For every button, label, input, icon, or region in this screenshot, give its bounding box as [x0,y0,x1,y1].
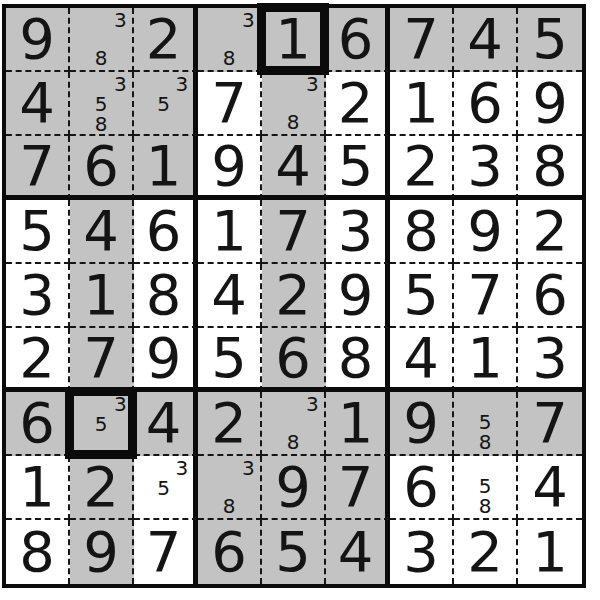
cell-value: 5 [338,138,374,194]
cell-value: 7 [19,138,55,194]
cell-r6c4[interactable]: 5 [198,328,262,392]
cell-r9c7[interactable]: 3 [390,520,454,584]
cell-value: 1 [83,267,119,323]
cell-value: 7 [532,395,568,451]
cell-value: 6 [467,75,503,131]
candidate-digit: 8 [91,114,110,134]
cell-value: 6 [532,267,568,323]
candidate-grid: 58 [456,394,514,452]
cell-r4c6[interactable]: 3 [326,200,390,264]
cell-r5c5[interactable]: 2 [262,264,326,328]
cell-r4c9[interactable]: 2 [518,200,582,264]
cell-r5c4[interactable]: 4 [198,264,262,328]
candidate-digit: 3 [111,74,130,94]
cell-value: 4 [83,203,119,259]
cell-value: 3 [338,203,374,259]
cell-value: 5 [275,524,311,580]
cell-r6c2[interactable]: 7 [70,328,134,392]
cell-r7c8[interactable]: 58 [454,392,518,456]
cell-r4c5[interactable]: 7 [262,200,326,264]
cell-value: 7 [211,75,247,131]
cell-r1c9[interactable]: 5 [518,8,582,72]
cell-r4c4[interactable]: 1 [198,200,262,264]
cell-value: 2 [467,524,503,580]
cell-r4c7[interactable]: 8 [390,200,454,264]
cell-r3c8[interactable]: 3 [454,136,518,200]
candidate-digit: 3 [111,10,130,30]
cell-value: 4 [403,330,439,386]
cell-r2c2[interactable]: 358 [70,72,134,136]
cell-r5c6[interactable]: 9 [326,264,390,328]
cell-r9c4[interactable]: 6 [198,520,262,584]
cell-r6c7[interactable]: 4 [390,328,454,392]
cell-value: 9 [338,267,374,323]
cell-r8c4[interactable]: 38 [198,456,262,520]
cell-value: 6 [338,11,374,67]
cell-r6c8[interactable]: 1 [454,328,518,392]
cell-value: 9 [211,138,247,194]
candidate-digit: 5 [154,478,172,498]
cell-r7c6[interactable]: 1 [326,392,390,456]
cell-r9c3[interactable]: 7 [134,520,198,584]
cell-value: 9 [146,330,182,386]
cell-r2c3[interactable]: 35 [134,72,198,136]
cell-r9c5[interactable]: 5 [262,520,326,584]
cell-r5c8[interactable]: 7 [454,264,518,328]
cell-r8c1[interactable]: 1 [6,456,70,520]
cell-r8c8[interactable]: 58 [454,456,518,520]
candidate-digit: 5 [91,94,110,114]
cell-value: 2 [338,75,374,131]
candidate-digit: 3 [111,394,130,414]
cell-r1c3[interactable]: 2 [134,8,198,72]
cell-r1c8[interactable]: 4 [454,8,518,72]
cell-value: 8 [19,524,55,580]
cell-r6c5[interactable]: 6 [262,328,326,392]
cell-r7c3[interactable]: 4 [134,392,198,456]
cell-r9c1[interactable]: 8 [6,520,70,584]
cell-r5c7[interactable]: 5 [390,264,454,328]
cell-r3c6[interactable]: 5 [326,136,390,200]
cell-value: 4 [532,459,568,515]
cell-value: 1 [338,395,374,451]
cell-value: 4 [211,267,247,323]
cell-r2c8[interactable]: 6 [454,72,518,136]
cell-r8c9[interactable]: 4 [518,456,582,520]
cell-value: 4 [275,138,311,194]
cell-value: 1 [211,203,247,259]
cell-value: 2 [532,203,568,259]
cell-r3c2[interactable]: 6 [70,136,134,200]
cell-value: 2 [19,330,55,386]
cell-r1c1[interactable]: 9 [6,8,70,72]
candidate-digit: 8 [475,496,494,516]
cell-value: 6 [211,524,247,580]
cell-value: 2 [403,138,439,194]
cell-r5c9[interactable]: 6 [518,264,582,328]
cell-r2c7[interactable]: 1 [390,72,454,136]
cell-r9c8[interactable]: 2 [454,520,518,584]
candidate-grid: 38 [200,458,258,516]
cell-value: 1 [146,138,182,194]
cell-value: 5 [19,203,55,259]
cell-value: 5 [532,11,568,67]
cell-value: 4 [19,75,55,131]
cell-r5c1[interactable]: 3 [6,264,70,328]
cell-value: 4 [146,395,182,451]
cell-value: 1 [532,524,568,580]
cell-value: 9 [19,11,55,67]
cell-value: 4 [338,524,374,580]
cell-value: 4 [467,11,503,67]
candidate-digit: 3 [303,74,322,94]
cell-value: 8 [338,330,374,386]
cell-value: 1 [467,330,503,386]
cell-value: 7 [83,330,119,386]
cell-r8c3[interactable]: 35 [134,456,198,520]
cell-value: 1 [403,75,439,131]
cell-value: 2 [146,11,182,67]
cell-value: 6 [83,138,119,194]
cell-value: 5 [211,330,247,386]
cell-value: 7 [146,524,182,580]
candidate-digit: 8 [475,432,494,452]
cell-value: 7 [467,267,503,323]
cell-value: 2 [211,395,247,451]
cell-value: 5 [403,267,439,323]
cell-r8c2[interactable]: 2 [70,456,134,520]
candidate-grid: 35 [136,74,191,132]
candidate-digit: 8 [219,48,238,68]
cell-r2c6[interactable]: 2 [326,72,390,136]
cell-value: 2 [275,267,311,323]
candidate-grid: 35 [72,394,130,452]
candidate-digit: 5 [154,94,172,114]
candidate-digit: 3 [239,10,258,30]
cell-r4c3[interactable]: 6 [134,200,198,264]
cell-r2c5[interactable]: 38 [262,72,326,136]
candidate-digit: 8 [91,48,110,68]
candidate-digit: 3 [173,458,191,478]
candidate-grid: 38 [264,74,322,132]
cell-r9c6[interactable]: 4 [326,520,390,584]
cell-r1c4[interactable]: 38 [198,8,262,72]
cell-value: 9 [275,459,311,515]
cell-value: 6 [275,330,311,386]
cell-value: 9 [467,203,503,259]
cell-value: 7 [275,203,311,259]
cell-r6c6[interactable]: 8 [326,328,390,392]
cell-r3c4[interactable]: 9 [198,136,262,200]
cell-value: 7 [403,11,439,67]
cell-r9c9[interactable]: 1 [518,520,582,584]
cell-r1c6[interactable]: 6 [326,8,390,72]
cell-r9c2[interactable]: 9 [70,520,134,584]
cell-r3c5[interactable]: 4 [262,136,326,200]
cell-r7c5[interactable]: 38 [262,392,326,456]
cell-r8c7[interactable]: 6 [390,456,454,520]
candidate-grid: 38 [72,10,130,68]
cell-r7c9[interactable]: 7 [518,392,582,456]
candidate-grid: 58 [456,458,514,516]
cell-r6c1[interactable]: 2 [6,328,70,392]
cell-r6c9[interactable]: 3 [518,328,582,392]
cell-r1c5[interactable]: 1 [262,8,326,72]
cell-value: 8 [146,267,182,323]
cell-value: 3 [467,138,503,194]
cell-value: 9 [532,75,568,131]
sudoku-board: 9382381674543583573821697619452385461738… [2,4,586,588]
cell-value: 9 [83,524,119,580]
cell-value: 6 [146,203,182,259]
cell-r1c2[interactable]: 38 [70,8,134,72]
cell-r8c6[interactable]: 7 [326,456,390,520]
cell-r3c1[interactable]: 7 [6,136,70,200]
cell-r2c4[interactable]: 7 [198,72,262,136]
cell-value: 8 [532,138,568,194]
cell-value: 3 [403,524,439,580]
candidate-digit: 8 [283,432,302,452]
cell-value: 3 [19,267,55,323]
cell-r3c9[interactable]: 8 [518,136,582,200]
cell-value: 3 [532,330,568,386]
cell-r7c7[interactable]: 9 [390,392,454,456]
cell-value: 6 [19,395,55,451]
cell-r2c1[interactable]: 4 [6,72,70,136]
cell-value: 6 [403,459,439,515]
candidate-digit: 5 [91,414,110,434]
candidate-digit: 5 [475,476,494,496]
cell-r3c7[interactable]: 2 [390,136,454,200]
candidate-grid: 35 [136,458,191,516]
cell-r7c4[interactable]: 2 [198,392,262,456]
cell-r5c3[interactable]: 8 [134,264,198,328]
cell-r7c1[interactable]: 6 [6,392,70,456]
candidate-digit: 3 [173,74,191,94]
cell-value: 1 [19,459,55,515]
candidate-digit: 3 [239,458,258,478]
candidate-digit: 3 [303,394,322,414]
cell-r6c3[interactable]: 9 [134,328,198,392]
candidate-digit: 5 [475,412,494,432]
candidate-digit: 8 [283,112,302,132]
cell-value: 8 [403,203,439,259]
cell-r4c1[interactable]: 5 [6,200,70,264]
cell-r8c5[interactable]: 9 [262,456,326,520]
cell-r4c8[interactable]: 9 [454,200,518,264]
cell-value: 1 [275,11,311,67]
cell-value: 9 [403,395,439,451]
cell-r5c2[interactable]: 1 [70,264,134,328]
candidate-grid: 38 [264,394,322,452]
cell-r4c2[interactable]: 4 [70,200,134,264]
cell-value: 7 [338,459,374,515]
cell-r2c9[interactable]: 9 [518,72,582,136]
cell-r3c3[interactable]: 1 [134,136,198,200]
cell-r1c7[interactable]: 7 [390,8,454,72]
cell-r7c2[interactable]: 35 [70,392,134,456]
candidate-digit: 8 [219,496,238,516]
cell-value: 2 [83,459,119,515]
candidate-grid: 38 [200,10,258,68]
candidate-grid: 358 [72,74,130,132]
